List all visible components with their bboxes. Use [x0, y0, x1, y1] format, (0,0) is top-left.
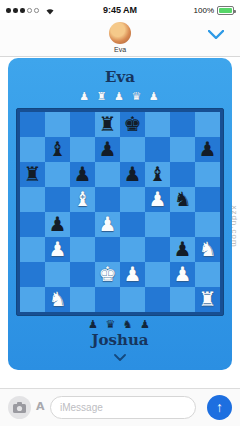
square-d1[interactable] [95, 287, 120, 312]
square-e7[interactable] [120, 137, 145, 162]
square-b6[interactable] [45, 162, 70, 187]
square-h3[interactable]: ♞ [195, 237, 220, 262]
square-a2[interactable] [20, 262, 45, 287]
square-f1[interactable] [145, 287, 170, 312]
square-g8[interactable] [170, 112, 195, 137]
piece-black-pawn: ♟ [45, 212, 70, 237]
square-e8[interactable]: ♚ [120, 112, 145, 137]
square-h5[interactable] [195, 187, 220, 212]
square-f4[interactable] [145, 212, 170, 237]
square-c7[interactable] [70, 137, 95, 162]
square-c3[interactable] [70, 237, 95, 262]
piece-white-pawn: ♟ [95, 212, 120, 237]
square-g7[interactable] [170, 137, 195, 162]
square-a6[interactable]: ♜ [20, 162, 45, 187]
square-e2[interactable]: ♟ [120, 262, 145, 287]
square-b7[interactable]: ♝ [45, 137, 70, 162]
square-a7[interactable] [20, 137, 45, 162]
square-d8[interactable]: ♜ [95, 112, 120, 137]
screen: 9:45 AM 100% Eva Eva ♟ ♜ ♟ ♛ ♟ ♜♚♝♟♟♜♟♟♝… [0, 0, 240, 426]
piece-black-rook: ♜ [20, 162, 45, 187]
square-e5[interactable] [120, 187, 145, 212]
piece-black-rook: ♜ [95, 112, 120, 137]
piece-white-king: ♚ [95, 262, 120, 287]
battery-icon [217, 6, 234, 15]
piece-black-bishop: ♝ [145, 162, 170, 187]
piece-white-pawn: ♟ [120, 262, 145, 287]
square-h2[interactable] [195, 262, 220, 287]
square-g6[interactable] [170, 162, 195, 187]
piece-black-pawn: ♟ [95, 137, 120, 162]
square-h4[interactable] [195, 212, 220, 237]
square-b8[interactable] [45, 112, 70, 137]
composer-bar: A iMessage ↑ [0, 388, 240, 426]
imessage-input[interactable]: iMessage [50, 396, 196, 419]
square-b2[interactable] [45, 262, 70, 287]
square-b5[interactable] [45, 187, 70, 212]
square-e1[interactable] [120, 287, 145, 312]
square-h8[interactable] [195, 112, 220, 137]
piece-white-pawn: ♟ [145, 187, 170, 212]
square-c8[interactable] [70, 112, 95, 137]
piece-black-knight: ♞ [170, 187, 195, 212]
square-a8[interactable] [20, 112, 45, 137]
piece-black-pawn: ♟ [195, 137, 220, 162]
piece-black-bishop: ♝ [45, 137, 70, 162]
square-c5[interactable]: ♝ [70, 187, 95, 212]
square-f7[interactable] [145, 137, 170, 162]
square-g5[interactable]: ♞ [170, 187, 195, 212]
square-g2[interactable]: ♟ [170, 262, 195, 287]
square-c2[interactable] [70, 262, 95, 287]
captured-white-tray: ♟ ♜ ♟ ♛ ♟ [8, 91, 232, 102]
avatar[interactable] [109, 22, 131, 44]
square-f6[interactable]: ♝ [145, 162, 170, 187]
piece-white-knight: ♞ [45, 287, 70, 312]
square-a3[interactable] [20, 237, 45, 262]
square-g3[interactable]: ♟ [170, 237, 195, 262]
board-frame: ♜♚♝♟♟♜♟♟♝♝♟♞♟♟♟♟♞♚♟♟♞♜ [16, 108, 224, 316]
square-d5[interactable] [95, 187, 120, 212]
square-d2[interactable]: ♚ [95, 262, 120, 287]
square-c6[interactable]: ♟ [70, 162, 95, 187]
square-f8[interactable] [145, 112, 170, 137]
message-bubble[interactable]: Eva ♟ ♜ ♟ ♛ ♟ ♜♚♝♟♟♜♟♟♝♝♟♞♟♟♟♟♞♚♟♟♞♜ ♟ ♛… [8, 58, 232, 370]
square-e6[interactable]: ♟ [120, 162, 145, 187]
square-h6[interactable] [195, 162, 220, 187]
square-a4[interactable] [20, 212, 45, 237]
camera-icon [8, 396, 31, 419]
square-f3[interactable] [145, 237, 170, 262]
bubble-chevron-icon[interactable] [114, 354, 126, 361]
piece-black-pawn: ♟ [170, 237, 195, 262]
square-f2[interactable] [145, 262, 170, 287]
chess-board[interactable]: ♜♚♝♟♟♜♟♟♝♝♟♞♟♟♟♟♞♚♟♟♞♜ [20, 112, 220, 312]
square-c4[interactable] [70, 212, 95, 237]
square-g1[interactable] [170, 287, 195, 312]
square-a1[interactable] [20, 287, 45, 312]
camera-button[interactable] [8, 396, 31, 419]
square-a5[interactable] [20, 187, 45, 212]
piece-black-king: ♚ [120, 112, 145, 137]
piece-white-pawn: ♟ [45, 237, 70, 262]
piece-white-rook: ♜ [195, 287, 220, 312]
square-d6[interactable] [95, 162, 120, 187]
square-e4[interactable] [120, 212, 145, 237]
square-c1[interactable] [70, 287, 95, 312]
piece-black-pawn: ♟ [120, 162, 145, 187]
square-f5[interactable]: ♟ [145, 187, 170, 212]
piece-white-bishop: ♝ [70, 187, 95, 212]
piece-white-pawn: ♟ [170, 262, 195, 287]
square-h1[interactable]: ♜ [195, 287, 220, 312]
square-b1[interactable]: ♞ [45, 287, 70, 312]
square-e3[interactable] [120, 237, 145, 262]
piece-white-knight: ♞ [195, 237, 220, 262]
battery-percent: 100% [194, 6, 214, 15]
captured-black-tray: ♟ ♛ ♞ ♟ [8, 319, 232, 330]
square-b4[interactable]: ♟ [45, 212, 70, 237]
chevron-down-icon[interactable] [208, 30, 224, 39]
player-name: Joshua [8, 331, 232, 349]
square-b3[interactable]: ♟ [45, 237, 70, 262]
contact-name: Eva [0, 46, 240, 53]
square-h7[interactable]: ♟ [195, 137, 220, 162]
conversation-header: Eva [0, 20, 240, 57]
square-d3[interactable] [95, 237, 120, 262]
appstore-button[interactable]: A [36, 400, 45, 413]
send-button[interactable]: ↑ [207, 395, 232, 420]
piece-black-pawn: ♟ [70, 162, 95, 187]
opponent-name: Eva [8, 68, 232, 86]
square-d7[interactable]: ♟ [95, 137, 120, 162]
square-g4[interactable] [170, 212, 195, 237]
watermark: xzdn.com [230, 197, 239, 257]
status-bar: 9:45 AM 100% [0, 0, 240, 20]
square-d4[interactable]: ♟ [95, 212, 120, 237]
